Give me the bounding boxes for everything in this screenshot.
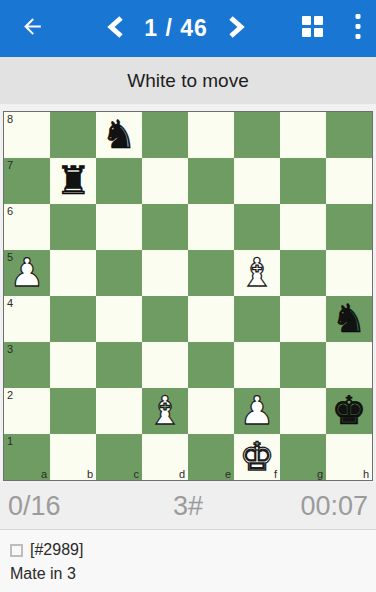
white-bishop: ♝	[142, 388, 188, 434]
square-g6[interactable]	[280, 204, 326, 250]
rank-label: 8	[7, 113, 13, 125]
kebab-menu-icon	[355, 14, 361, 43]
goal-label: 3#	[118, 491, 258, 522]
square-f4[interactable]	[234, 296, 280, 342]
square-c1[interactable]: c	[96, 434, 142, 480]
square-f7[interactable]	[234, 158, 280, 204]
overflow-menu-button[interactable]	[346, 0, 370, 57]
square-b6[interactable]	[50, 204, 96, 250]
puzzle-task: Mate in 3	[10, 562, 366, 586]
turn-banner-text: White to move	[127, 70, 248, 92]
square-e8[interactable]	[188, 112, 234, 158]
back-button[interactable]	[14, 0, 50, 57]
square-h7[interactable]	[326, 158, 372, 204]
square-e2[interactable]	[188, 388, 234, 434]
rank-label: 2	[7, 389, 13, 401]
timer: 00:07	[258, 491, 368, 522]
square-f5[interactable]: ♝	[234, 250, 280, 296]
square-d3[interactable]	[142, 342, 188, 388]
square-h5[interactable]	[326, 250, 372, 296]
square-g7[interactable]	[280, 158, 326, 204]
square-e4[interactable]	[188, 296, 234, 342]
turn-banner: White to move	[0, 57, 376, 104]
puzzle-navigation: 1 / 46	[103, 0, 249, 57]
grid-icon	[302, 16, 323, 41]
square-f3[interactable]	[234, 342, 280, 388]
square-b7[interactable]: ♜	[50, 158, 96, 204]
square-g4[interactable]	[280, 296, 326, 342]
puzzle-checkbox[interactable]	[10, 544, 23, 557]
square-d5[interactable]	[142, 250, 188, 296]
square-c7[interactable]	[96, 158, 142, 204]
square-d6[interactable]	[142, 204, 188, 250]
rank-label: 6	[7, 205, 13, 217]
square-a5[interactable]: 5♟	[4, 250, 50, 296]
board-container: 8♞7♜65♟♝4♞32♝♟♚1abcdef♚gh	[0, 104, 376, 483]
square-c8[interactable]: ♞	[96, 112, 142, 158]
puzzle-info: [#2989] Mate in 3	[0, 530, 376, 592]
square-a8[interactable]: 8	[4, 112, 50, 158]
square-a6[interactable]: 6	[4, 204, 50, 250]
square-h6[interactable]	[326, 204, 372, 250]
square-e5[interactable]	[188, 250, 234, 296]
square-a4[interactable]: 4	[4, 296, 50, 342]
square-c6[interactable]	[96, 204, 142, 250]
square-g8[interactable]	[280, 112, 326, 158]
square-d7[interactable]	[142, 158, 188, 204]
file-label: g	[317, 468, 323, 480]
app-bar: 1 / 46	[0, 0, 376, 57]
file-label: f	[274, 468, 277, 480]
rank-label: 3	[7, 343, 13, 355]
chevron-left-icon	[105, 15, 127, 43]
file-label: c	[134, 468, 140, 480]
puzzle-counter: 1 / 46	[139, 15, 213, 42]
square-c2[interactable]	[96, 388, 142, 434]
square-f1[interactable]: f♚	[234, 434, 280, 480]
black-knight: ♞	[326, 296, 372, 342]
square-h4[interactable]: ♞	[326, 296, 372, 342]
square-d4[interactable]	[142, 296, 188, 342]
square-g2[interactable]	[280, 388, 326, 434]
square-f2[interactable]: ♟	[234, 388, 280, 434]
square-b4[interactable]	[50, 296, 96, 342]
square-b2[interactable]	[50, 388, 96, 434]
black-knight: ♞	[96, 112, 142, 158]
rank-label: 5	[7, 251, 13, 263]
file-label: b	[87, 468, 93, 480]
previous-puzzle-button[interactable]	[103, 0, 129, 57]
black-king: ♚	[326, 388, 372, 434]
square-c5[interactable]	[96, 250, 142, 296]
square-c4[interactable]	[96, 296, 142, 342]
puzzle-id: [#2989]	[30, 538, 83, 562]
square-b8[interactable]	[50, 112, 96, 158]
file-label: d	[179, 468, 185, 480]
square-f6[interactable]	[234, 204, 280, 250]
puzzle-id-row: [#2989]	[10, 538, 366, 562]
chess-board: 8♞7♜65♟♝4♞32♝♟♚1abcdef♚gh	[3, 111, 373, 481]
square-d2[interactable]: ♝	[142, 388, 188, 434]
square-a7[interactable]: 7	[4, 158, 50, 204]
file-label: a	[41, 468, 47, 480]
square-e6[interactable]	[188, 204, 234, 250]
square-d8[interactable]	[142, 112, 188, 158]
chevron-right-icon	[225, 15, 247, 43]
square-h3[interactable]	[326, 342, 372, 388]
square-h8[interactable]	[326, 112, 372, 158]
square-f8[interactable]	[234, 112, 280, 158]
square-g3[interactable]	[280, 342, 326, 388]
file-label: h	[363, 468, 369, 480]
arrow-left-icon	[20, 14, 45, 43]
puzzle-list-button[interactable]	[297, 0, 327, 57]
square-b5[interactable]	[50, 250, 96, 296]
square-a2[interactable]: 2	[4, 388, 50, 434]
square-b1[interactable]: b	[50, 434, 96, 480]
rank-label: 7	[7, 159, 13, 171]
square-b3[interactable]	[50, 342, 96, 388]
rank-label: 1	[7, 435, 13, 447]
square-c3[interactable]	[96, 342, 142, 388]
next-puzzle-button[interactable]	[223, 0, 249, 57]
square-d1[interactable]: d	[142, 434, 188, 480]
square-g5[interactable]	[280, 250, 326, 296]
status-bar: 0/16 3# 00:07	[0, 483, 376, 529]
white-pawn: ♟	[234, 388, 280, 434]
white-bishop: ♝	[234, 250, 280, 296]
black-rook: ♜	[50, 158, 96, 204]
square-e3[interactable]	[188, 342, 234, 388]
square-e7[interactable]	[188, 158, 234, 204]
square-h2[interactable]: ♚	[326, 388, 372, 434]
square-h1[interactable]: h	[326, 434, 372, 480]
square-a3[interactable]: 3	[4, 342, 50, 388]
solved-counter: 0/16	[8, 491, 118, 522]
square-g1[interactable]: g	[280, 434, 326, 480]
rank-label: 4	[7, 297, 13, 309]
square-e1[interactable]: e	[188, 434, 234, 480]
square-a1[interactable]: 1a	[4, 434, 50, 480]
file-label: e	[225, 468, 231, 480]
